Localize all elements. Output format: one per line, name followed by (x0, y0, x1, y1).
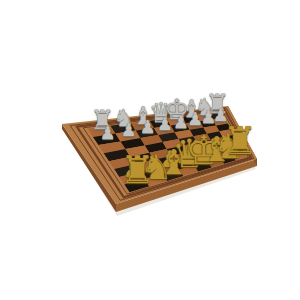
chess-set-photo: ♜♞♝♛♚♝♞♜♟♟♟♟♟♟♟♟♟♟♟♟♟♟♟♟♜♞♝♛♚♝♞♜ (0, 0, 300, 300)
chess-board (0, 0, 300, 300)
